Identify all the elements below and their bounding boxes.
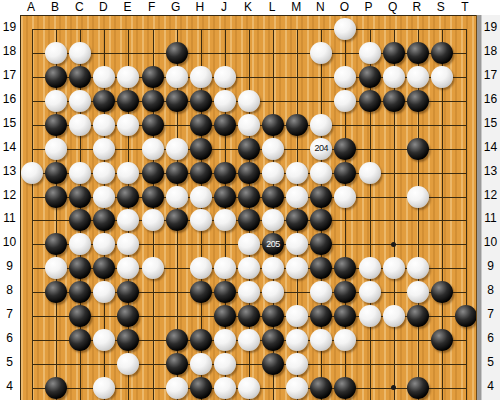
row-label-right-7: 7 bbox=[482, 307, 499, 322]
row-label-right-4: 4 bbox=[482, 379, 499, 394]
stone-G11-black[interactable] bbox=[166, 209, 188, 231]
stone-N15-white[interactable] bbox=[310, 114, 332, 136]
stone-O7-black[interactable] bbox=[334, 305, 356, 327]
stone-J8-black[interactable] bbox=[214, 281, 236, 303]
row-label-left-7: 7 bbox=[0, 307, 19, 322]
stone-C10-white[interactable] bbox=[69, 233, 91, 255]
stone-C9-black[interactable] bbox=[69, 257, 91, 279]
grid-line-vertical bbox=[466, 29, 467, 400]
stone-R17-white[interactable] bbox=[407, 66, 429, 88]
stone-E6-black[interactable] bbox=[117, 329, 139, 351]
stone-E10-white[interactable] bbox=[117, 233, 139, 255]
stone-B14-white[interactable] bbox=[45, 138, 67, 160]
stone-E11-white[interactable] bbox=[117, 209, 139, 231]
column-label-C: C bbox=[67, 0, 91, 15]
stone-Q17-white[interactable] bbox=[383, 66, 405, 88]
stone-B8-black[interactable] bbox=[45, 281, 67, 303]
stone-B10-black[interactable] bbox=[45, 233, 67, 255]
stone-L7-black[interactable] bbox=[262, 305, 284, 327]
stone-P16-black[interactable] bbox=[359, 90, 381, 112]
column-label-K: K bbox=[236, 0, 260, 15]
stone-D13-white[interactable] bbox=[93, 162, 115, 184]
stone-R12-white[interactable] bbox=[407, 186, 429, 208]
column-label-J: J bbox=[212, 0, 236, 15]
go-board-screenshot: 204205 ABCDEFGHJKLMNOPQRST 1918171615141… bbox=[0, 0, 500, 400]
stone-S6-black[interactable] bbox=[431, 329, 453, 351]
stone-F14-white[interactable] bbox=[142, 138, 164, 160]
stone-N6-white[interactable] bbox=[310, 329, 332, 351]
row-label-left-17: 17 bbox=[0, 68, 19, 83]
stone-E16-black[interactable] bbox=[117, 90, 139, 112]
stone-K6-white[interactable] bbox=[238, 329, 260, 351]
grid-line-horizontal bbox=[32, 364, 467, 365]
stone-K7-black[interactable] bbox=[238, 305, 260, 327]
stone-F11-white[interactable] bbox=[142, 209, 164, 231]
stone-R18-black[interactable] bbox=[407, 42, 429, 64]
column-label-S: S bbox=[429, 0, 453, 15]
row-label-right-18: 18 bbox=[482, 44, 499, 59]
row-label-right-11: 11 bbox=[482, 211, 499, 226]
column-label-G: G bbox=[164, 0, 188, 15]
stone-D16-black[interactable] bbox=[93, 90, 115, 112]
stone-M15-black[interactable] bbox=[286, 114, 308, 136]
row-label-right-12: 12 bbox=[482, 188, 499, 203]
stone-F15-black[interactable] bbox=[142, 114, 164, 136]
stone-D17-white[interactable] bbox=[93, 66, 115, 88]
stone-E13-white[interactable] bbox=[117, 162, 139, 184]
stone-H14-black[interactable] bbox=[190, 138, 212, 160]
stone-F12-black[interactable] bbox=[142, 186, 164, 208]
stone-M13-white[interactable] bbox=[286, 162, 308, 184]
stone-G5-black[interactable] bbox=[166, 353, 188, 375]
stone-L12-black[interactable] bbox=[262, 186, 284, 208]
stone-K4-white[interactable] bbox=[238, 377, 260, 399]
stone-F17-black[interactable] bbox=[142, 66, 164, 88]
stone-O9-black[interactable] bbox=[334, 257, 356, 279]
stone-E8-black[interactable] bbox=[117, 281, 139, 303]
stone-M7-white[interactable] bbox=[286, 305, 308, 327]
stone-G12-white[interactable] bbox=[166, 186, 188, 208]
stone-N14-white[interactable]: 204 bbox=[310, 138, 332, 160]
column-label-D: D bbox=[91, 0, 115, 15]
stone-D9-black[interactable] bbox=[93, 257, 115, 279]
stone-C6-black[interactable] bbox=[69, 329, 91, 351]
stone-R7-black[interactable] bbox=[407, 305, 429, 327]
column-label-P: P bbox=[357, 0, 381, 15]
stone-N7-black[interactable] bbox=[310, 305, 332, 327]
stone-D4-white[interactable] bbox=[93, 377, 115, 399]
stone-B15-black[interactable] bbox=[45, 114, 67, 136]
stone-D11-black[interactable] bbox=[93, 209, 115, 231]
stone-Q18-black[interactable] bbox=[383, 42, 405, 64]
stone-K10-white[interactable] bbox=[238, 233, 260, 255]
board-wood: 204205 bbox=[20, 15, 476, 400]
stone-O14-black[interactable] bbox=[334, 138, 356, 160]
star-point-Q4 bbox=[391, 385, 396, 390]
stone-H6-black[interactable] bbox=[190, 329, 212, 351]
stone-J5-white[interactable] bbox=[214, 353, 236, 375]
stone-C12-black[interactable] bbox=[69, 186, 91, 208]
stone-C8-black[interactable] bbox=[69, 281, 91, 303]
row-label-right-8: 8 bbox=[482, 283, 499, 298]
stone-Q9-white[interactable] bbox=[383, 257, 405, 279]
stone-M12-white[interactable] bbox=[286, 186, 308, 208]
stone-H16-black[interactable] bbox=[190, 90, 212, 112]
stone-P13-white[interactable] bbox=[359, 162, 381, 184]
stone-H15-black[interactable] bbox=[190, 114, 212, 136]
stone-O12-white[interactable] bbox=[334, 186, 356, 208]
stone-L9-white[interactable] bbox=[262, 257, 284, 279]
stone-A13-white[interactable] bbox=[21, 162, 43, 184]
stone-E9-white[interactable] bbox=[117, 257, 139, 279]
row-label-right-5: 5 bbox=[482, 355, 499, 370]
stone-K12-black[interactable] bbox=[238, 186, 260, 208]
stone-B9-white[interactable] bbox=[45, 257, 67, 279]
stone-N12-black[interactable] bbox=[310, 186, 332, 208]
row-label-right-14: 14 bbox=[482, 140, 499, 155]
stone-K11-black[interactable] bbox=[238, 209, 260, 231]
stone-P18-white[interactable] bbox=[359, 42, 381, 64]
row-label-right-6: 6 bbox=[482, 331, 499, 346]
stone-G17-white[interactable] bbox=[166, 66, 188, 88]
row-label-left-14: 14 bbox=[0, 140, 19, 155]
stone-O16-white[interactable] bbox=[334, 90, 356, 112]
stone-G6-black[interactable] bbox=[166, 329, 188, 351]
stone-J4-white[interactable] bbox=[214, 377, 236, 399]
stone-C17-black[interactable] bbox=[69, 66, 91, 88]
stone-K13-black[interactable] bbox=[238, 162, 260, 184]
stone-L14-white[interactable] bbox=[262, 138, 284, 160]
column-label-E: E bbox=[115, 0, 139, 15]
stone-H5-white[interactable] bbox=[190, 353, 212, 375]
stone-O19-white[interactable] bbox=[334, 18, 356, 40]
stone-Q16-black[interactable] bbox=[383, 90, 405, 112]
stone-S17-white[interactable] bbox=[431, 66, 453, 88]
stone-E15-white[interactable] bbox=[117, 114, 139, 136]
stone-C16-white[interactable] bbox=[69, 90, 91, 112]
stone-J15-black[interactable] bbox=[214, 114, 236, 136]
stone-H8-black[interactable] bbox=[190, 281, 212, 303]
row-label-right-10: 10 bbox=[482, 235, 499, 250]
stone-J7-black[interactable] bbox=[214, 305, 236, 327]
column-label-O: O bbox=[332, 0, 356, 15]
stone-E5-white[interactable] bbox=[117, 353, 139, 375]
stone-K15-white[interactable] bbox=[238, 114, 260, 136]
stone-G16-black[interactable] bbox=[166, 90, 188, 112]
stone-B12-black[interactable] bbox=[45, 186, 67, 208]
stone-J6-white[interactable] bbox=[214, 329, 236, 351]
stone-J16-white[interactable] bbox=[214, 90, 236, 112]
stone-P9-white[interactable] bbox=[359, 257, 381, 279]
row-label-left-12: 12 bbox=[0, 188, 19, 203]
stone-J9-white[interactable] bbox=[214, 257, 236, 279]
star-point-Q10 bbox=[391, 242, 396, 247]
stone-N10-black[interactable] bbox=[310, 233, 332, 255]
stone-D15-white[interactable] bbox=[93, 114, 115, 136]
move-number-label: 205 bbox=[266, 240, 280, 249]
row-label-left-8: 8 bbox=[0, 283, 19, 298]
stone-H12-white[interactable] bbox=[190, 186, 212, 208]
row-label-right-16: 16 bbox=[482, 92, 499, 107]
column-label-B: B bbox=[43, 0, 67, 15]
stone-N13-white[interactable] bbox=[310, 162, 332, 184]
stone-N4-black[interactable] bbox=[310, 377, 332, 399]
row-label-right-15: 15 bbox=[482, 116, 499, 131]
stone-J12-black[interactable] bbox=[214, 186, 236, 208]
stone-H4-black[interactable] bbox=[190, 377, 212, 399]
column-label-F: F bbox=[140, 0, 164, 15]
stone-H9-white[interactable] bbox=[190, 257, 212, 279]
stone-N8-white[interactable] bbox=[310, 281, 332, 303]
stone-L10-black[interactable]: 205 bbox=[262, 233, 284, 255]
column-label-Q: Q bbox=[381, 0, 405, 15]
stone-H17-white[interactable] bbox=[190, 66, 212, 88]
stone-K8-white[interactable] bbox=[238, 281, 260, 303]
stone-D14-white[interactable] bbox=[93, 138, 115, 160]
row-label-left-15: 15 bbox=[0, 116, 19, 131]
stone-R8-white[interactable] bbox=[407, 281, 429, 303]
stone-E17-white[interactable] bbox=[117, 66, 139, 88]
row-label-right-19: 19 bbox=[482, 20, 499, 35]
stone-J17-white[interactable] bbox=[214, 66, 236, 88]
stone-Q7-white[interactable] bbox=[383, 305, 405, 327]
stone-O13-black[interactable] bbox=[334, 162, 356, 184]
stone-S18-black[interactable] bbox=[431, 42, 453, 64]
move-number-label: 204 bbox=[315, 144, 329, 153]
stone-H11-white[interactable] bbox=[190, 209, 212, 231]
stone-N9-black[interactable] bbox=[310, 257, 332, 279]
stone-P17-black[interactable] bbox=[359, 66, 381, 88]
row-label-left-6: 6 bbox=[0, 331, 19, 346]
stone-G18-black[interactable] bbox=[166, 42, 188, 64]
column-label-T: T bbox=[453, 0, 477, 15]
stone-M4-white[interactable] bbox=[286, 377, 308, 399]
stone-C11-black[interactable] bbox=[69, 209, 91, 231]
stone-P8-white[interactable] bbox=[359, 281, 381, 303]
stone-F13-black[interactable] bbox=[142, 162, 164, 184]
stone-F9-white[interactable] bbox=[142, 257, 164, 279]
stone-E7-black[interactable] bbox=[117, 305, 139, 327]
stone-C13-white[interactable] bbox=[69, 162, 91, 184]
row-label-left-13: 13 bbox=[0, 164, 19, 179]
stone-D8-white[interactable] bbox=[93, 281, 115, 303]
stone-O6-white[interactable] bbox=[334, 329, 356, 351]
row-label-left-18: 18 bbox=[0, 44, 19, 59]
stone-E12-black[interactable] bbox=[117, 186, 139, 208]
stone-M11-black[interactable] bbox=[286, 209, 308, 231]
column-label-A: A bbox=[19, 0, 43, 15]
stone-J13-black[interactable] bbox=[214, 162, 236, 184]
stone-J11-white[interactable] bbox=[214, 209, 236, 231]
stone-B17-black[interactable] bbox=[45, 66, 67, 88]
stone-C18-white[interactable] bbox=[69, 42, 91, 64]
stone-K14-black[interactable] bbox=[238, 138, 260, 160]
column-label-M: M bbox=[284, 0, 308, 15]
stone-L6-black[interactable] bbox=[262, 329, 284, 351]
stone-C7-black[interactable] bbox=[69, 305, 91, 327]
stone-G14-white[interactable] bbox=[166, 138, 188, 160]
row-label-right-17: 17 bbox=[482, 68, 499, 83]
row-label-left-4: 4 bbox=[0, 379, 19, 394]
stone-P7-white[interactable] bbox=[359, 305, 381, 327]
stone-O4-black[interactable] bbox=[334, 377, 356, 399]
stone-G4-white[interactable] bbox=[166, 377, 188, 399]
column-label-H: H bbox=[188, 0, 212, 15]
stone-M10-white[interactable] bbox=[286, 233, 308, 255]
stone-D6-white[interactable] bbox=[93, 329, 115, 351]
stone-K9-white[interactable] bbox=[238, 257, 260, 279]
stone-N18-white[interactable] bbox=[310, 42, 332, 64]
stone-R14-black[interactable] bbox=[407, 138, 429, 160]
row-label-left-5: 5 bbox=[0, 355, 19, 370]
stone-S8-black[interactable] bbox=[431, 281, 453, 303]
stone-M9-white[interactable] bbox=[286, 257, 308, 279]
row-label-left-11: 11 bbox=[0, 211, 19, 226]
stone-L5-black[interactable] bbox=[262, 353, 284, 375]
stone-D10-white[interactable] bbox=[93, 233, 115, 255]
row-label-right-13: 13 bbox=[482, 164, 499, 179]
stone-L13-white[interactable] bbox=[262, 162, 284, 184]
column-label-L: L bbox=[260, 0, 284, 15]
row-label-left-16: 16 bbox=[0, 92, 19, 107]
stone-R4-black[interactable] bbox=[407, 377, 429, 399]
stone-M6-white[interactable] bbox=[286, 329, 308, 351]
stone-B13-black[interactable] bbox=[45, 162, 67, 184]
stone-L11-white[interactable] bbox=[262, 209, 284, 231]
stone-G13-black[interactable] bbox=[166, 162, 188, 184]
stone-B16-white[interactable] bbox=[45, 90, 67, 112]
column-label-R: R bbox=[405, 0, 429, 15]
stone-N11-black[interactable] bbox=[310, 209, 332, 231]
stone-L8-white[interactable] bbox=[262, 281, 284, 303]
grid-line-vertical bbox=[32, 29, 33, 400]
stone-M5-white[interactable] bbox=[286, 353, 308, 375]
stone-C15-white[interactable] bbox=[69, 114, 91, 136]
stone-R9-white[interactable] bbox=[407, 257, 429, 279]
grid-line-horizontal bbox=[32, 29, 467, 30]
stone-T7-black[interactable] bbox=[455, 305, 477, 327]
stone-F16-black[interactable] bbox=[142, 90, 164, 112]
stone-D12-white[interactable] bbox=[93, 186, 115, 208]
stone-O8-black[interactable] bbox=[334, 281, 356, 303]
stone-B18-white[interactable] bbox=[45, 42, 67, 64]
row-label-right-9: 9 bbox=[482, 259, 499, 274]
stone-B4-black[interactable] bbox=[45, 377, 67, 399]
stone-K16-white[interactable] bbox=[238, 90, 260, 112]
stone-O17-white[interactable] bbox=[334, 66, 356, 88]
row-label-left-10: 10 bbox=[0, 235, 19, 250]
stone-H13-black[interactable] bbox=[190, 162, 212, 184]
row-label-left-19: 19 bbox=[0, 20, 19, 35]
stone-L15-black[interactable] bbox=[262, 114, 284, 136]
column-label-N: N bbox=[308, 0, 332, 15]
row-label-left-9: 9 bbox=[0, 259, 19, 274]
stone-R16-black[interactable] bbox=[407, 90, 429, 112]
